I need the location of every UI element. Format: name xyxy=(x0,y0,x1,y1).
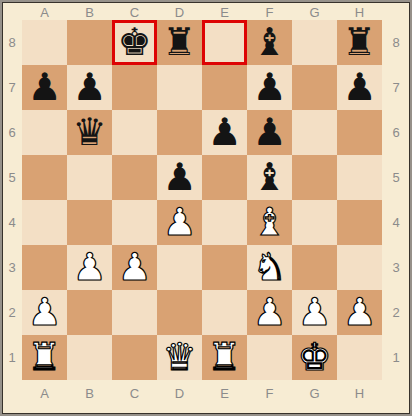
white-pawn-h2: ♟ xyxy=(342,290,376,335)
white-king-g1: ♚ xyxy=(297,335,331,380)
black-king-c8: ♚ xyxy=(117,20,151,65)
rank-label-left-3: 3 xyxy=(2,245,22,290)
square-g3[interactable] xyxy=(292,245,337,290)
square-d6[interactable] xyxy=(157,110,202,155)
square-b6[interactable]: ♛ xyxy=(67,110,112,155)
chessboard-frame: ABCDEFGH 87654321 ♚♜♝♜♟♟♟♟♛♟♟♟♝♟♝♟♟♞♟♟♟♟… xyxy=(0,0,412,416)
square-h7[interactable]: ♟ xyxy=(337,65,382,110)
file-label-top-d: D xyxy=(157,2,202,22)
file-label-top-c: C xyxy=(112,2,157,22)
square-b7[interactable]: ♟ xyxy=(67,65,112,110)
black-pawn-a7: ♟ xyxy=(27,65,61,110)
rank-label-left-7: 7 xyxy=(2,65,22,110)
rank-label-left-5: 5 xyxy=(2,155,22,200)
square-h6[interactable] xyxy=(337,110,382,155)
square-f1[interactable] xyxy=(247,335,292,380)
rank-label-right-8: 8 xyxy=(382,20,410,65)
square-c7[interactable] xyxy=(112,65,157,110)
square-e4[interactable] xyxy=(202,200,247,245)
square-f6[interactable]: ♟ xyxy=(247,110,292,155)
rank-label-left-1: 1 xyxy=(2,335,22,380)
white-pawn-c3: ♟ xyxy=(117,245,151,290)
rank-label-right-4: 4 xyxy=(382,200,410,245)
square-f5[interactable]: ♝ xyxy=(247,155,292,200)
black-pawn-d5: ♟ xyxy=(162,155,196,200)
square-g2[interactable]: ♟ xyxy=(292,290,337,335)
square-a8[interactable] xyxy=(22,20,67,65)
square-g7[interactable] xyxy=(292,65,337,110)
file-label-bottom-b: B xyxy=(67,382,112,408)
square-b3[interactable]: ♟ xyxy=(67,245,112,290)
rank-labels-right: 87654321 xyxy=(382,20,410,380)
rank-label-right-1: 1 xyxy=(382,335,410,380)
white-pawn-d4: ♟ xyxy=(162,200,196,245)
square-e2[interactable] xyxy=(202,290,247,335)
file-label-bottom-g: G xyxy=(292,382,337,408)
file-labels-top: ABCDEFGH xyxy=(22,2,382,22)
square-a5[interactable] xyxy=(22,155,67,200)
rank-label-right-5: 5 xyxy=(382,155,410,200)
square-h8[interactable]: ♜ xyxy=(337,20,382,65)
square-e7[interactable] xyxy=(202,65,247,110)
square-c1[interactable] xyxy=(112,335,157,380)
rank-label-right-2: 2 xyxy=(382,290,410,335)
file-label-bottom-e: E xyxy=(202,382,247,408)
square-d2[interactable] xyxy=(157,290,202,335)
file-labels-bottom: ABCDEFGH xyxy=(22,382,382,408)
square-f4[interactable]: ♝ xyxy=(247,200,292,245)
white-rook-e1: ♜ xyxy=(207,335,241,380)
square-g5[interactable] xyxy=(292,155,337,200)
square-e5[interactable] xyxy=(202,155,247,200)
square-d5[interactable]: ♟ xyxy=(157,155,202,200)
square-f2[interactable]: ♟ xyxy=(247,290,292,335)
file-label-top-b: B xyxy=(67,2,112,22)
square-e6[interactable]: ♟ xyxy=(202,110,247,155)
chess-board: ♚♜♝♜♟♟♟♟♛♟♟♟♝♟♝♟♟♞♟♟♟♟♜♛♜♚ xyxy=(22,20,382,380)
square-d4[interactable]: ♟ xyxy=(157,200,202,245)
square-a4[interactable] xyxy=(22,200,67,245)
white-rook-a1: ♜ xyxy=(27,335,61,380)
square-f3[interactable]: ♞ xyxy=(247,245,292,290)
square-h3[interactable] xyxy=(337,245,382,290)
square-b8[interactable] xyxy=(67,20,112,65)
rank-label-right-7: 7 xyxy=(382,65,410,110)
square-e1[interactable]: ♜ xyxy=(202,335,247,380)
square-f8[interactable]: ♝ xyxy=(247,20,292,65)
square-d7[interactable] xyxy=(157,65,202,110)
file-label-top-g: G xyxy=(292,2,337,22)
square-h1[interactable] xyxy=(337,335,382,380)
white-queen-d1: ♛ xyxy=(162,335,196,380)
square-c2[interactable] xyxy=(112,290,157,335)
square-b1[interactable] xyxy=(67,335,112,380)
square-g8[interactable] xyxy=(292,20,337,65)
square-a7[interactable]: ♟ xyxy=(22,65,67,110)
white-pawn-f2: ♟ xyxy=(252,290,286,335)
white-knight-f3: ♞ xyxy=(252,245,286,290)
square-a3[interactable] xyxy=(22,245,67,290)
black-bishop-f8: ♝ xyxy=(252,20,286,65)
square-d1[interactable]: ♛ xyxy=(157,335,202,380)
square-c6[interactable] xyxy=(112,110,157,155)
square-d3[interactable] xyxy=(157,245,202,290)
file-label-top-a: A xyxy=(22,2,67,22)
file-label-top-e: E xyxy=(202,2,247,22)
rank-label-left-8: 8 xyxy=(2,20,22,65)
black-rook-d8: ♜ xyxy=(162,20,196,65)
square-g4[interactable] xyxy=(292,200,337,245)
square-a2[interactable]: ♟ xyxy=(22,290,67,335)
black-queen-b6: ♛ xyxy=(72,110,106,155)
file-label-bottom-f: F xyxy=(247,382,292,408)
file-label-bottom-h: H xyxy=(337,382,382,408)
file-label-bottom-c: C xyxy=(112,382,157,408)
white-pawn-g2: ♟ xyxy=(297,290,331,335)
square-a6[interactable] xyxy=(22,110,67,155)
square-a1[interactable]: ♜ xyxy=(22,335,67,380)
rank-labels-left: 87654321 xyxy=(2,20,22,380)
square-h2[interactable]: ♟ xyxy=(337,290,382,335)
black-rook-h8: ♜ xyxy=(342,20,376,65)
file-label-top-f: F xyxy=(247,2,292,22)
square-c3[interactable]: ♟ xyxy=(112,245,157,290)
black-pawn-e6: ♟ xyxy=(207,110,241,155)
square-e8[interactable] xyxy=(202,20,247,65)
file-label-bottom-d: D xyxy=(157,382,202,408)
file-label-top-h: H xyxy=(337,2,382,22)
white-pawn-b3: ♟ xyxy=(72,245,106,290)
square-g6[interactable] xyxy=(292,110,337,155)
black-pawn-f6: ♟ xyxy=(252,110,286,155)
square-e3[interactable] xyxy=(202,245,247,290)
square-h4[interactable] xyxy=(337,200,382,245)
square-g1[interactable]: ♚ xyxy=(292,335,337,380)
square-b2[interactable] xyxy=(67,290,112,335)
rank-label-right-3: 3 xyxy=(382,245,410,290)
black-pawn-h7: ♟ xyxy=(342,65,376,110)
white-pawn-a2: ♟ xyxy=(27,290,61,335)
rank-label-right-6: 6 xyxy=(382,110,410,155)
square-d8[interactable]: ♜ xyxy=(157,20,202,65)
square-b4[interactable] xyxy=(67,200,112,245)
file-label-bottom-a: A xyxy=(22,382,67,408)
rank-label-left-4: 4 xyxy=(2,200,22,245)
white-bishop-f4: ♝ xyxy=(252,200,286,245)
square-c8[interactable]: ♚ xyxy=(112,20,157,65)
square-h5[interactable] xyxy=(337,155,382,200)
rank-label-left-6: 6 xyxy=(2,110,22,155)
black-bishop-f5: ♝ xyxy=(252,155,286,200)
square-c4[interactable] xyxy=(112,200,157,245)
square-b5[interactable] xyxy=(67,155,112,200)
rank-label-left-2: 2 xyxy=(2,290,22,335)
black-pawn-f7: ♟ xyxy=(252,65,286,110)
black-pawn-b7: ♟ xyxy=(72,65,106,110)
square-f7[interactable]: ♟ xyxy=(247,65,292,110)
square-c5[interactable] xyxy=(112,155,157,200)
